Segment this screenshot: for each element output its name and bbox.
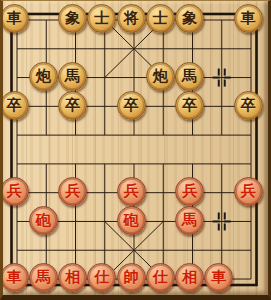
piece-black-soldier[interactable]: 卒	[175, 91, 204, 120]
piece-black-general[interactable]: 将	[117, 4, 146, 33]
piece-red-chariot[interactable]: 車	[204, 263, 233, 292]
piece-black-soldier[interactable]: 卒	[58, 91, 87, 120]
piece-red-soldier[interactable]: 兵	[58, 177, 87, 206]
piece-black-elephant[interactable]: 象	[175, 4, 204, 33]
piece-black-chariot[interactable]: 車	[0, 4, 29, 33]
piece-red-general[interactable]: 帥	[117, 263, 146, 292]
piece-black-horse[interactable]: 馬	[175, 62, 204, 91]
piece-black-soldier[interactable]: 卒	[0, 91, 29, 120]
piece-red-soldier[interactable]: 兵	[117, 177, 146, 206]
piece-black-chariot[interactable]: 車	[234, 4, 263, 33]
piece-red-elephant[interactable]: 相	[175, 263, 204, 292]
piece-red-soldier[interactable]: 兵	[0, 177, 29, 206]
piece-red-cannon[interactable]: 砲	[29, 206, 58, 235]
pieces-layer: 車象士将士象車炮馬炮馬卒卒卒卒卒兵兵兵兵兵砲砲馬車馬相仕帥仕相車	[0, 5, 263, 293]
xiangqi-board: 車象士将士象車炮馬炮馬卒卒卒卒卒兵兵兵兵兵砲砲馬車馬相仕帥仕相車	[0, 0, 271, 300]
piece-red-cannon[interactable]: 砲	[117, 206, 146, 235]
piece-red-elephant[interactable]: 相	[58, 263, 87, 292]
piece-red-chariot[interactable]: 車	[0, 263, 29, 292]
piece-black-cannon[interactable]: 炮	[29, 62, 58, 91]
piece-red-advisor[interactable]: 仕	[146, 263, 175, 292]
piece-red-soldier[interactable]: 兵	[175, 177, 204, 206]
piece-black-cannon[interactable]: 炮	[146, 62, 175, 91]
piece-red-horse[interactable]: 馬	[29, 263, 58, 292]
piece-red-advisor[interactable]: 仕	[87, 263, 116, 292]
piece-black-horse[interactable]: 馬	[58, 62, 87, 91]
piece-red-soldier[interactable]: 兵	[234, 177, 263, 206]
piece-red-horse[interactable]: 馬	[175, 206, 204, 235]
piece-black-advisor[interactable]: 士	[146, 4, 175, 33]
piece-black-soldier[interactable]: 卒	[117, 91, 146, 120]
piece-black-elephant[interactable]: 象	[58, 4, 87, 33]
piece-black-soldier[interactable]: 卒	[234, 91, 263, 120]
piece-black-advisor[interactable]: 士	[87, 4, 116, 33]
